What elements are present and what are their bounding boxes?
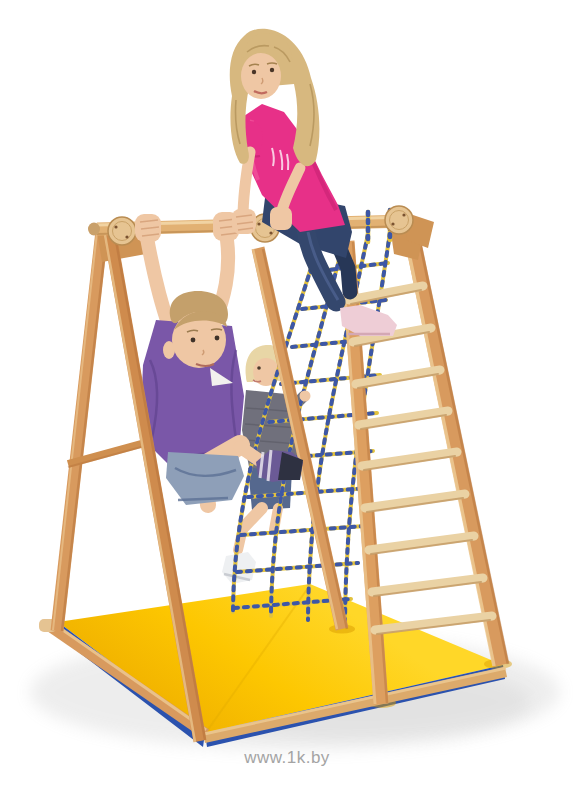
photo-canvas [0,0,574,788]
toddler-shoe [222,552,256,584]
watermark: www.1k.by [0,748,574,768]
left-frame [53,231,152,631]
child-girl-pink [230,29,397,336]
toddler-hand [300,391,311,402]
product-photo: www.1k.by [0,0,574,788]
